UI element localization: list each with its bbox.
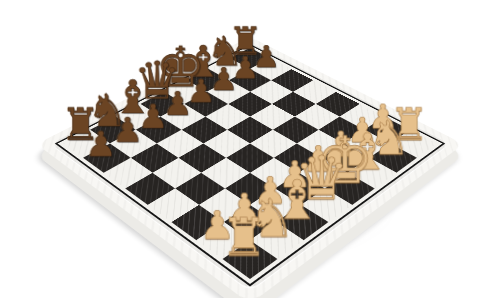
board-grid: ♜♟♟♜♞♟♟♞♝♟♟♝♚♟♟♚♛♟♟♛♝♟♟♝♞♟♟♞♜♟♟♜ [63,48,436,279]
board-print: ♜♟♟♜♞♟♟♞♝♟♟♝♚♟♟♚♛♟♟♛♝♟♟♝♞♟♟♞♜♟♟♜ [55,44,445,286]
board-tray: ♜♟♟♜♞♟♟♞♝♟♟♝♚♟♟♚♛♟♟♛♝♟♟♝♞♟♟♞♜♟♟♜ [36,37,463,298]
board-perspective-wrapper: ♜♟♟♜♞♟♟♞♝♟♟♝♚♟♟♚♛♟♟♛♝♟♟♝♞♟♟♞♜♟♟♜ [0,0,500,298]
piece-black-pawn: ♟ [85,126,116,161]
piece-white-rook: ♜ [220,211,267,263]
chess-set-photo: ♜♟♟♜♞♟♟♞♝♟♟♝♚♟♟♚♛♟♟♛♝♟♟♝♞♟♟♞♜♟♟♜ [0,0,500,298]
